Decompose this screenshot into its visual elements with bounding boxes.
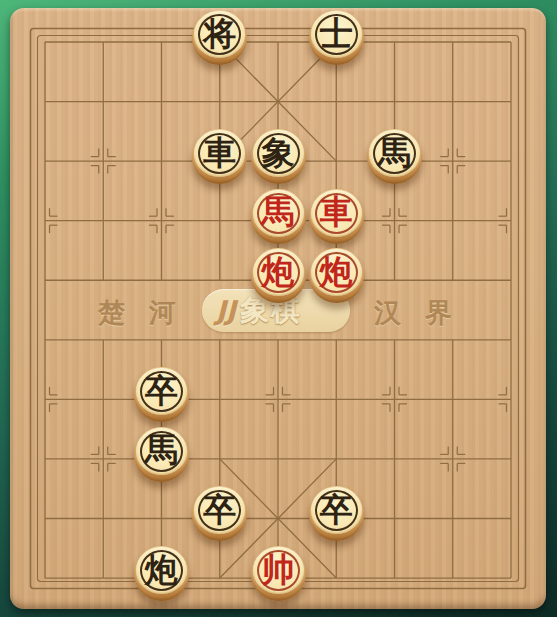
piece-black-advisor[interactable]: 士 (309, 10, 364, 65)
piece-glyph: 炮 (309, 248, 364, 296)
piece-glyph: 卒 (192, 486, 247, 534)
piece-glyph: 馬 (251, 189, 306, 237)
logo-brand-icon: JJ (216, 295, 236, 326)
piece-glyph: 帅 (251, 546, 306, 594)
piece-black-soldier[interactable]: 卒 (134, 367, 189, 422)
piece-glyph: 馬 (367, 129, 422, 177)
piece-black-soldier[interactable]: 卒 (309, 486, 364, 541)
piece-black-chariot[interactable]: 車 (192, 129, 247, 184)
piece-black-soldier[interactable]: 卒 (192, 486, 247, 541)
river-label-right: 汉界 (374, 296, 476, 330)
piece-glyph: 士 (309, 10, 364, 58)
piece-red-cannon[interactable]: 炮 (309, 248, 364, 303)
piece-glyph: 車 (192, 129, 247, 177)
piece-red-cannon[interactable]: 炮 (251, 248, 306, 303)
piece-glyph: 象 (251, 129, 306, 177)
piece-black-cannon[interactable]: 炮 (134, 546, 189, 601)
piece-glyph: 炮 (134, 546, 189, 594)
river-label-left: 楚河 (98, 296, 200, 330)
piece-black-horse[interactable]: 馬 (367, 129, 422, 184)
piece-glyph: 馬 (134, 427, 189, 475)
piece-red-horse[interactable]: 馬 (251, 189, 306, 244)
piece-glyph: 卒 (309, 486, 364, 534)
piece-red-chariot[interactable]: 車 (309, 189, 364, 244)
piece-glyph: 卒 (134, 367, 189, 415)
piece-black-general[interactable]: 将 (192, 10, 247, 65)
piece-glyph: 車 (309, 189, 364, 237)
piece-glyph: 将 (192, 10, 247, 58)
piece-glyph: 炮 (251, 248, 306, 296)
piece-black-elephant[interactable]: 象 (251, 129, 306, 184)
piece-red-general[interactable]: 帅 (251, 546, 306, 601)
piece-black-horse[interactable]: 馬 (134, 427, 189, 482)
xiangqi-board: 楚河 汉界 JJ 象棋 将士車象馬馬車炮炮卒馬卒卒炮帅 (10, 8, 546, 609)
